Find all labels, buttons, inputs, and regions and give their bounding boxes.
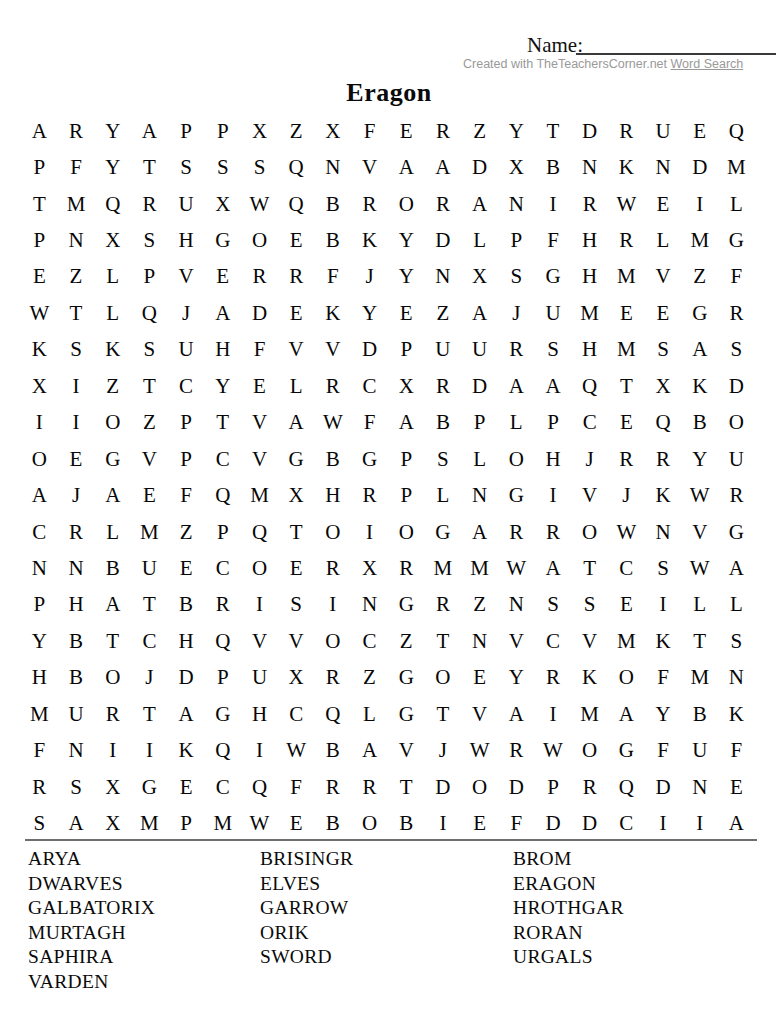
- grid-cell: R: [718, 477, 755, 513]
- grid-cell: R: [351, 769, 388, 805]
- grid-cell: M: [21, 696, 58, 732]
- grid-cell: J: [131, 660, 168, 696]
- grid-cell: I: [535, 186, 572, 222]
- grid-cell: B: [425, 405, 462, 441]
- grid-cell: R: [571, 769, 608, 805]
- grid-cell: E: [168, 550, 205, 586]
- grid-cell: P: [168, 441, 205, 477]
- grid-cell: F: [58, 149, 95, 185]
- grid-cell: R: [131, 186, 168, 222]
- grid-cell: B: [315, 441, 352, 477]
- grid-cell: M: [718, 149, 755, 185]
- grid-cell: H: [315, 477, 352, 513]
- grid-cell: Y: [351, 295, 388, 331]
- grid-cell: A: [94, 477, 131, 513]
- grid-cell: T: [608, 368, 645, 404]
- grid-cell: M: [58, 186, 95, 222]
- grid-cell: U: [681, 732, 718, 768]
- grid-cell: E: [131, 477, 168, 513]
- word-list-column: ARYADWARVESGALBATORIXMURTAGHSAPHIRAVARDE…: [28, 847, 155, 995]
- grid-cell: M: [571, 295, 608, 331]
- grid-cell: O: [608, 660, 645, 696]
- grid-cell: C: [608, 805, 645, 841]
- grid-cell: N: [58, 222, 95, 258]
- grid-cell: G: [498, 477, 535, 513]
- word-list-item: VARDEN: [28, 970, 155, 995]
- grid-cell: Y: [498, 660, 535, 696]
- grid-cell: C: [168, 368, 205, 404]
- grid-cell: I: [645, 805, 682, 841]
- grid-cell: K: [21, 332, 58, 368]
- grid-cell: V: [131, 441, 168, 477]
- grid-cell: B: [58, 660, 95, 696]
- grid-cell: N: [718, 660, 755, 696]
- grid-cell: Q: [204, 732, 241, 768]
- grid-cell: W: [21, 295, 58, 331]
- word-list-item: ORIK: [260, 921, 353, 946]
- grid-cell: R: [315, 368, 352, 404]
- grid-cell: Q: [315, 696, 352, 732]
- grid-cell: Q: [204, 623, 241, 659]
- grid-cell: Z: [94, 368, 131, 404]
- grid-cell: H: [168, 222, 205, 258]
- puzzle-title: Eragon: [0, 78, 778, 108]
- grid-cell: K: [571, 660, 608, 696]
- grid-cell: J: [608, 477, 645, 513]
- grid-cell: R: [94, 696, 131, 732]
- grid-cell: T: [131, 696, 168, 732]
- grid-cell: L: [278, 368, 315, 404]
- grid-cell: B: [681, 405, 718, 441]
- grid-cell: G: [388, 660, 425, 696]
- grid-cell: Z: [278, 113, 315, 149]
- grid-cell: I: [94, 732, 131, 768]
- grid-cell: Y: [498, 113, 535, 149]
- grid-cell: F: [278, 769, 315, 805]
- grid-cell: Z: [681, 259, 718, 295]
- word-list-item: URGALS: [513, 945, 624, 970]
- grid-cell: H: [571, 332, 608, 368]
- grid-cell: H: [571, 259, 608, 295]
- grid-cell: P: [204, 514, 241, 550]
- grid-cell: E: [278, 222, 315, 258]
- grid-cell: G: [351, 441, 388, 477]
- worksheet-page: Name: Created with TheTeachersCorner.net…: [0, 0, 778, 1034]
- grid-cell: A: [498, 368, 535, 404]
- grid-cell: A: [681, 332, 718, 368]
- grid-cell: L: [94, 514, 131, 550]
- grid-cell: E: [278, 295, 315, 331]
- grid-cell: V: [351, 149, 388, 185]
- grid-cell: R: [351, 477, 388, 513]
- grid-cell: R: [351, 186, 388, 222]
- grid-cell: B: [535, 149, 572, 185]
- grid-cell: R: [58, 514, 95, 550]
- grid-cell: B: [315, 732, 352, 768]
- grid-cell: A: [498, 696, 535, 732]
- grid-cell: A: [535, 368, 572, 404]
- grid-cell: D: [461, 149, 498, 185]
- grid-cell: T: [131, 587, 168, 623]
- grid-cell: K: [315, 295, 352, 331]
- grid-cell: A: [461, 295, 498, 331]
- grid-cell: N: [58, 550, 95, 586]
- grid-cell: K: [718, 696, 755, 732]
- grid-cell: N: [645, 149, 682, 185]
- grid-cell: L: [461, 441, 498, 477]
- grid-cell: Y: [94, 149, 131, 185]
- grid-cell: E: [58, 441, 95, 477]
- grid-cell: P: [461, 405, 498, 441]
- grid-cell: F: [241, 332, 278, 368]
- grid-cell: D: [425, 769, 462, 805]
- grid-cell: S: [241, 149, 278, 185]
- grid-cell: L: [461, 222, 498, 258]
- grid-cell: I: [58, 368, 95, 404]
- grid-cell: G: [204, 696, 241, 732]
- grid-cell: N: [58, 732, 95, 768]
- grid-cell: O: [94, 660, 131, 696]
- grid-cell: R: [241, 259, 278, 295]
- word-list-item: ARYA: [28, 847, 155, 872]
- grid-cell: N: [571, 149, 608, 185]
- grid-cell: K: [645, 623, 682, 659]
- grid-cell: A: [351, 732, 388, 768]
- grid-cell: S: [535, 332, 572, 368]
- grid-cell: J: [425, 732, 462, 768]
- grid-cell: S: [131, 332, 168, 368]
- grid-cell: H: [21, 660, 58, 696]
- grid-cell: Z: [168, 514, 205, 550]
- grid-cell: N: [461, 477, 498, 513]
- grid-cell: V: [315, 332, 352, 368]
- grid-cell: D: [571, 113, 608, 149]
- grid-cell: F: [168, 477, 205, 513]
- grid-cell: Y: [388, 222, 425, 258]
- grid-cell: O: [388, 186, 425, 222]
- grid-cell: V: [498, 623, 535, 659]
- grid-cell: B: [388, 805, 425, 841]
- grid-cell: M: [131, 514, 168, 550]
- grid-cell: A: [718, 550, 755, 586]
- grid-cell: D: [498, 769, 535, 805]
- grid-cell: D: [645, 769, 682, 805]
- grid-cell: E: [278, 550, 315, 586]
- grid-cell: S: [58, 769, 95, 805]
- grid-cell: T: [21, 186, 58, 222]
- grid-cell: R: [608, 441, 645, 477]
- grid-cell: Z: [388, 623, 425, 659]
- grid-cell: W: [278, 732, 315, 768]
- grid-cell: U: [168, 186, 205, 222]
- grid-cell: E: [278, 805, 315, 841]
- grid-cell: M: [608, 332, 645, 368]
- grid-cell: C: [131, 623, 168, 659]
- grid-cell: N: [498, 587, 535, 623]
- grid-cell: O: [425, 660, 462, 696]
- grid-cell: T: [681, 623, 718, 659]
- grid-cell: C: [351, 368, 388, 404]
- grid-cell: Q: [241, 769, 278, 805]
- grid-cell: X: [645, 368, 682, 404]
- grid-cell: X: [94, 769, 131, 805]
- grid-cell: R: [21, 769, 58, 805]
- grid-cell: V: [168, 259, 205, 295]
- grid-cell: Y: [645, 696, 682, 732]
- grid-cell: Z: [131, 405, 168, 441]
- grid-cell: G: [388, 696, 425, 732]
- grid-cell: P: [204, 113, 241, 149]
- grid-cell: C: [571, 405, 608, 441]
- grid-cell: T: [571, 550, 608, 586]
- grid-cell: I: [535, 477, 572, 513]
- grid-cell: N: [498, 186, 535, 222]
- grid-cell: O: [241, 222, 278, 258]
- grid-cell: O: [498, 441, 535, 477]
- grid-cell: H: [204, 332, 241, 368]
- grid-cell: T: [94, 623, 131, 659]
- grid-cell: T: [131, 368, 168, 404]
- grid-cell: C: [204, 550, 241, 586]
- grid-cell: G: [608, 732, 645, 768]
- grid-cell: E: [241, 368, 278, 404]
- grid-cell: N: [21, 550, 58, 586]
- grid-cell: K: [351, 222, 388, 258]
- grid-cell: I: [315, 587, 352, 623]
- grid-cell: O: [718, 405, 755, 441]
- grid-cell: X: [94, 805, 131, 841]
- grid-cell: B: [315, 186, 352, 222]
- grid-cell: A: [718, 805, 755, 841]
- grid-cell: P: [168, 805, 205, 841]
- grid-cell: B: [315, 805, 352, 841]
- grid-cell: F: [535, 222, 572, 258]
- grid-cell: I: [351, 514, 388, 550]
- grid-cell: R: [571, 186, 608, 222]
- grid-cell: Z: [425, 295, 462, 331]
- grid-cell: N: [645, 514, 682, 550]
- grid-cell: D: [718, 368, 755, 404]
- grid-cell: R: [498, 732, 535, 768]
- grid-cell: R: [425, 186, 462, 222]
- grid-cell: D: [461, 368, 498, 404]
- grid-cell: P: [535, 769, 572, 805]
- grid-cell: E: [718, 769, 755, 805]
- grid-cell: P: [388, 332, 425, 368]
- grid-cell: Z: [58, 259, 95, 295]
- grid-cell: Q: [278, 149, 315, 185]
- grid-cell: A: [204, 295, 241, 331]
- grid-cell: M: [681, 660, 718, 696]
- word-list-item: RORAN: [513, 921, 624, 946]
- grid-cell: A: [168, 696, 205, 732]
- grid-cell: F: [21, 732, 58, 768]
- grid-cell: D: [681, 149, 718, 185]
- grid-cell: J: [498, 295, 535, 331]
- grid-cell: H: [535, 441, 572, 477]
- grid-cell: A: [425, 149, 462, 185]
- grid-cell: A: [21, 477, 58, 513]
- grid-cell: X: [388, 368, 425, 404]
- grid-cell: R: [204, 587, 241, 623]
- grid-cell: V: [241, 441, 278, 477]
- grid-cell: G: [94, 441, 131, 477]
- grid-cell: W: [241, 805, 278, 841]
- grid-cell: R: [278, 259, 315, 295]
- grid-cell: B: [58, 623, 95, 659]
- grid-cell: D: [168, 660, 205, 696]
- grid-cell: T: [131, 149, 168, 185]
- grid-cell: C: [204, 441, 241, 477]
- grid-cell: L: [425, 477, 462, 513]
- grid-cell: R: [608, 222, 645, 258]
- grid-cell: N: [461, 623, 498, 659]
- grid-cell: O: [21, 441, 58, 477]
- grid-cell: L: [681, 587, 718, 623]
- grid-cell: R: [388, 550, 425, 586]
- grid-cell: M: [425, 550, 462, 586]
- grid-cell: T: [425, 623, 462, 659]
- grid-cell: E: [461, 805, 498, 841]
- grid-cell: L: [94, 259, 131, 295]
- grid-cell: V: [571, 477, 608, 513]
- grid-cell: R: [425, 587, 462, 623]
- grid-cell: G: [425, 514, 462, 550]
- grid-cell: W: [681, 477, 718, 513]
- word-list-item: SAPHIRA: [28, 945, 155, 970]
- grid-cell: K: [94, 332, 131, 368]
- word-list-item: DWARVES: [28, 872, 155, 897]
- grid-cell: G: [278, 441, 315, 477]
- grid-cell: R: [498, 514, 535, 550]
- grid-cell: Q: [204, 477, 241, 513]
- grid-cell: E: [21, 259, 58, 295]
- grid-cell: K: [645, 477, 682, 513]
- grid-cell: U: [535, 295, 572, 331]
- grid-cell: I: [58, 405, 95, 441]
- grid-cell: U: [168, 332, 205, 368]
- grid-cell: A: [58, 805, 95, 841]
- grid-cell: E: [608, 587, 645, 623]
- grid-cell: L: [718, 186, 755, 222]
- grid-cell: M: [131, 805, 168, 841]
- grid-cell: T: [278, 514, 315, 550]
- grid-cell: C: [204, 769, 241, 805]
- grid-cell: D: [425, 222, 462, 258]
- grid-cell: W: [461, 732, 498, 768]
- grid-cell: O: [315, 514, 352, 550]
- grid-cell: X: [315, 113, 352, 149]
- grid-cell: R: [315, 550, 352, 586]
- grid-cell: A: [608, 696, 645, 732]
- grid-cell: H: [168, 623, 205, 659]
- grid-cell: I: [681, 186, 718, 222]
- grid-cell: U: [131, 550, 168, 586]
- grid-cell: J: [351, 259, 388, 295]
- grid-cell: P: [204, 660, 241, 696]
- grid-cell: P: [168, 113, 205, 149]
- grid-cell: P: [168, 405, 205, 441]
- word-list-item: ELVES: [260, 872, 353, 897]
- grid-cell: G: [718, 222, 755, 258]
- grid-cell: I: [535, 696, 572, 732]
- grid-cell: W: [241, 186, 278, 222]
- grid-cell: X: [94, 222, 131, 258]
- grid-cell: R: [425, 368, 462, 404]
- grid-cell: F: [315, 259, 352, 295]
- grid-cell: O: [571, 732, 608, 768]
- grid-cell: L: [498, 405, 535, 441]
- grid-cell: E: [388, 295, 425, 331]
- credit-word-search-link[interactable]: Word Search: [671, 57, 744, 71]
- grid-cell: O: [94, 405, 131, 441]
- grid-cell: A: [131, 113, 168, 149]
- grid-cell: Z: [461, 587, 498, 623]
- grid-cell: S: [425, 441, 462, 477]
- grid-cell: G: [718, 514, 755, 550]
- grid-cell: V: [241, 623, 278, 659]
- grid-cell: T: [425, 696, 462, 732]
- grid-cell: E: [168, 769, 205, 805]
- grid-cell: A: [388, 149, 425, 185]
- grid-cell: W: [315, 405, 352, 441]
- grid-cell: E: [608, 295, 645, 331]
- grid-cell: M: [681, 222, 718, 258]
- grid-cell: R: [315, 769, 352, 805]
- grid-cell: F: [718, 732, 755, 768]
- grid-cell: P: [21, 149, 58, 185]
- grid-cell: E: [681, 113, 718, 149]
- grid-cell: H: [241, 696, 278, 732]
- grid-cell: T: [535, 113, 572, 149]
- grid-cell: Q: [571, 368, 608, 404]
- grid-cell: Q: [241, 514, 278, 550]
- grid-cell: M: [461, 550, 498, 586]
- grid-cell: S: [204, 149, 241, 185]
- grid-cell: V: [571, 623, 608, 659]
- grid-cell: C: [351, 623, 388, 659]
- grid-cell: U: [461, 332, 498, 368]
- grid-cell: S: [498, 259, 535, 295]
- grid-cell: T: [204, 405, 241, 441]
- grid-cell: A: [535, 550, 572, 586]
- grid-cell: C: [278, 696, 315, 732]
- grid-cell: E: [461, 660, 498, 696]
- grid-cell: E: [645, 295, 682, 331]
- grid-cell: W: [681, 550, 718, 586]
- grid-cell: V: [388, 732, 425, 768]
- grid-cell: R: [535, 660, 572, 696]
- grid-cell: N: [681, 769, 718, 805]
- grid-cell: X: [21, 368, 58, 404]
- grid-cell: D: [351, 332, 388, 368]
- grid-cell: O: [315, 623, 352, 659]
- word-list-item: HROTHGAR: [513, 896, 624, 921]
- grid-cell: Y: [94, 113, 131, 149]
- grid-cell: L: [718, 587, 755, 623]
- grid-cell: F: [351, 113, 388, 149]
- grid-cell: A: [278, 405, 315, 441]
- grid-cell: X: [498, 149, 535, 185]
- grid-cell: Q: [278, 186, 315, 222]
- grid-cell: B: [681, 696, 718, 732]
- grid-cell: C: [535, 623, 572, 659]
- name-label: Name:: [527, 33, 583, 58]
- grid-cell: B: [168, 587, 205, 623]
- word-list-column: BROMERAGONHROTHGARRORANURGALS: [513, 847, 624, 970]
- grid-cell: O: [241, 550, 278, 586]
- grid-cell: S: [645, 550, 682, 586]
